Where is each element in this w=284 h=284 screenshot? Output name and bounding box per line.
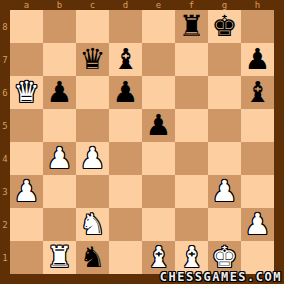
file-label-a: a xyxy=(10,0,43,10)
square-f6 xyxy=(175,76,208,109)
square-b1: ♜ xyxy=(43,241,76,274)
square-g8: ♚ xyxy=(208,10,241,43)
square-h7: ♟ xyxy=(241,43,274,76)
square-f7 xyxy=(175,43,208,76)
black-pawn: ♟ xyxy=(245,43,271,76)
square-a7 xyxy=(10,43,43,76)
square-e7 xyxy=(142,43,175,76)
square-g3: ♟ xyxy=(208,175,241,208)
black-bishop: ♝ xyxy=(113,43,139,76)
square-b6: ♟ xyxy=(43,76,76,109)
square-d6: ♟ xyxy=(109,76,142,109)
white-pawn: ♟ xyxy=(245,208,271,241)
square-g5 xyxy=(208,109,241,142)
square-a2 xyxy=(10,208,43,241)
white-pawn: ♟ xyxy=(80,142,106,175)
white-knight: ♞ xyxy=(80,208,106,241)
square-a3: ♟ xyxy=(10,175,43,208)
square-c2: ♞ xyxy=(76,208,109,241)
white-queen: ♛ xyxy=(14,76,40,109)
square-a6: ♛ xyxy=(10,76,43,109)
square-d5 xyxy=(109,109,142,142)
square-f4 xyxy=(175,142,208,175)
square-d7: ♝ xyxy=(109,43,142,76)
black-king: ♚ xyxy=(212,10,238,43)
rank-label-1: 1 xyxy=(0,241,10,274)
square-g6 xyxy=(208,76,241,109)
file-label-c: c xyxy=(76,0,109,10)
square-b7 xyxy=(43,43,76,76)
square-h3 xyxy=(241,175,274,208)
square-e2 xyxy=(142,208,175,241)
white-rook: ♜ xyxy=(47,241,73,274)
black-bishop: ♝ xyxy=(245,76,271,109)
file-label-b: b xyxy=(43,0,76,10)
file-label-e: e xyxy=(142,0,175,10)
square-d2 xyxy=(109,208,142,241)
square-h5 xyxy=(241,109,274,142)
square-b5 xyxy=(43,109,76,142)
square-d4 xyxy=(109,142,142,175)
square-b3 xyxy=(43,175,76,208)
square-e3 xyxy=(142,175,175,208)
file-label-d: d xyxy=(109,0,142,10)
square-a4 xyxy=(10,142,43,175)
square-f5 xyxy=(175,109,208,142)
square-h6: ♝ xyxy=(241,76,274,109)
square-c5 xyxy=(76,109,109,142)
rank-label-7: 7 xyxy=(0,43,10,76)
square-c4: ♟ xyxy=(76,142,109,175)
square-g4 xyxy=(208,142,241,175)
square-e6 xyxy=(142,76,175,109)
square-e4 xyxy=(142,142,175,175)
rank-labels: 87654321 xyxy=(0,10,10,274)
square-h4 xyxy=(241,142,274,175)
square-c8 xyxy=(76,10,109,43)
square-a1 xyxy=(10,241,43,274)
square-c6 xyxy=(76,76,109,109)
rank-label-4: 4 xyxy=(0,142,10,175)
square-a5 xyxy=(10,109,43,142)
chess-diagram: abcdefgh 87654321 ♜♚♛♝♟♛♟♟♝♟♟♟♟♟♞♟♜♞♝♝♚ … xyxy=(0,0,284,284)
black-pawn: ♟ xyxy=(146,109,172,142)
square-d3 xyxy=(109,175,142,208)
chess-board: ♜♚♛♝♟♛♟♟♝♟♟♟♟♟♞♟♜♞♝♝♚ xyxy=(10,10,274,274)
square-e8 xyxy=(142,10,175,43)
rank-label-5: 5 xyxy=(0,109,10,142)
white-pawn: ♟ xyxy=(47,142,73,175)
square-e5: ♟ xyxy=(142,109,175,142)
square-b8 xyxy=(43,10,76,43)
black-rook: ♜ xyxy=(179,10,205,43)
square-c3 xyxy=(76,175,109,208)
square-f3 xyxy=(175,175,208,208)
rank-label-8: 8 xyxy=(0,10,10,43)
square-h8 xyxy=(241,10,274,43)
square-b4: ♟ xyxy=(43,142,76,175)
black-queen: ♛ xyxy=(80,43,106,76)
rank-label-2: 2 xyxy=(0,208,10,241)
black-pawn: ♟ xyxy=(47,76,73,109)
white-pawn: ♟ xyxy=(212,175,238,208)
square-h2: ♟ xyxy=(241,208,274,241)
square-b2 xyxy=(43,208,76,241)
site-watermark: CHESSGAMES.COM xyxy=(160,270,282,284)
black-knight: ♞ xyxy=(80,241,106,274)
square-f8: ♜ xyxy=(175,10,208,43)
square-f2 xyxy=(175,208,208,241)
file-label-h: h xyxy=(241,0,274,10)
square-g2 xyxy=(208,208,241,241)
rank-label-3: 3 xyxy=(0,175,10,208)
square-d1 xyxy=(109,241,142,274)
square-d8 xyxy=(109,10,142,43)
rank-label-6: 6 xyxy=(0,76,10,109)
square-a8 xyxy=(10,10,43,43)
black-pawn: ♟ xyxy=(113,76,139,109)
square-g7 xyxy=(208,43,241,76)
square-c1: ♞ xyxy=(76,241,109,274)
white-pawn: ♟ xyxy=(14,175,40,208)
square-c7: ♛ xyxy=(76,43,109,76)
